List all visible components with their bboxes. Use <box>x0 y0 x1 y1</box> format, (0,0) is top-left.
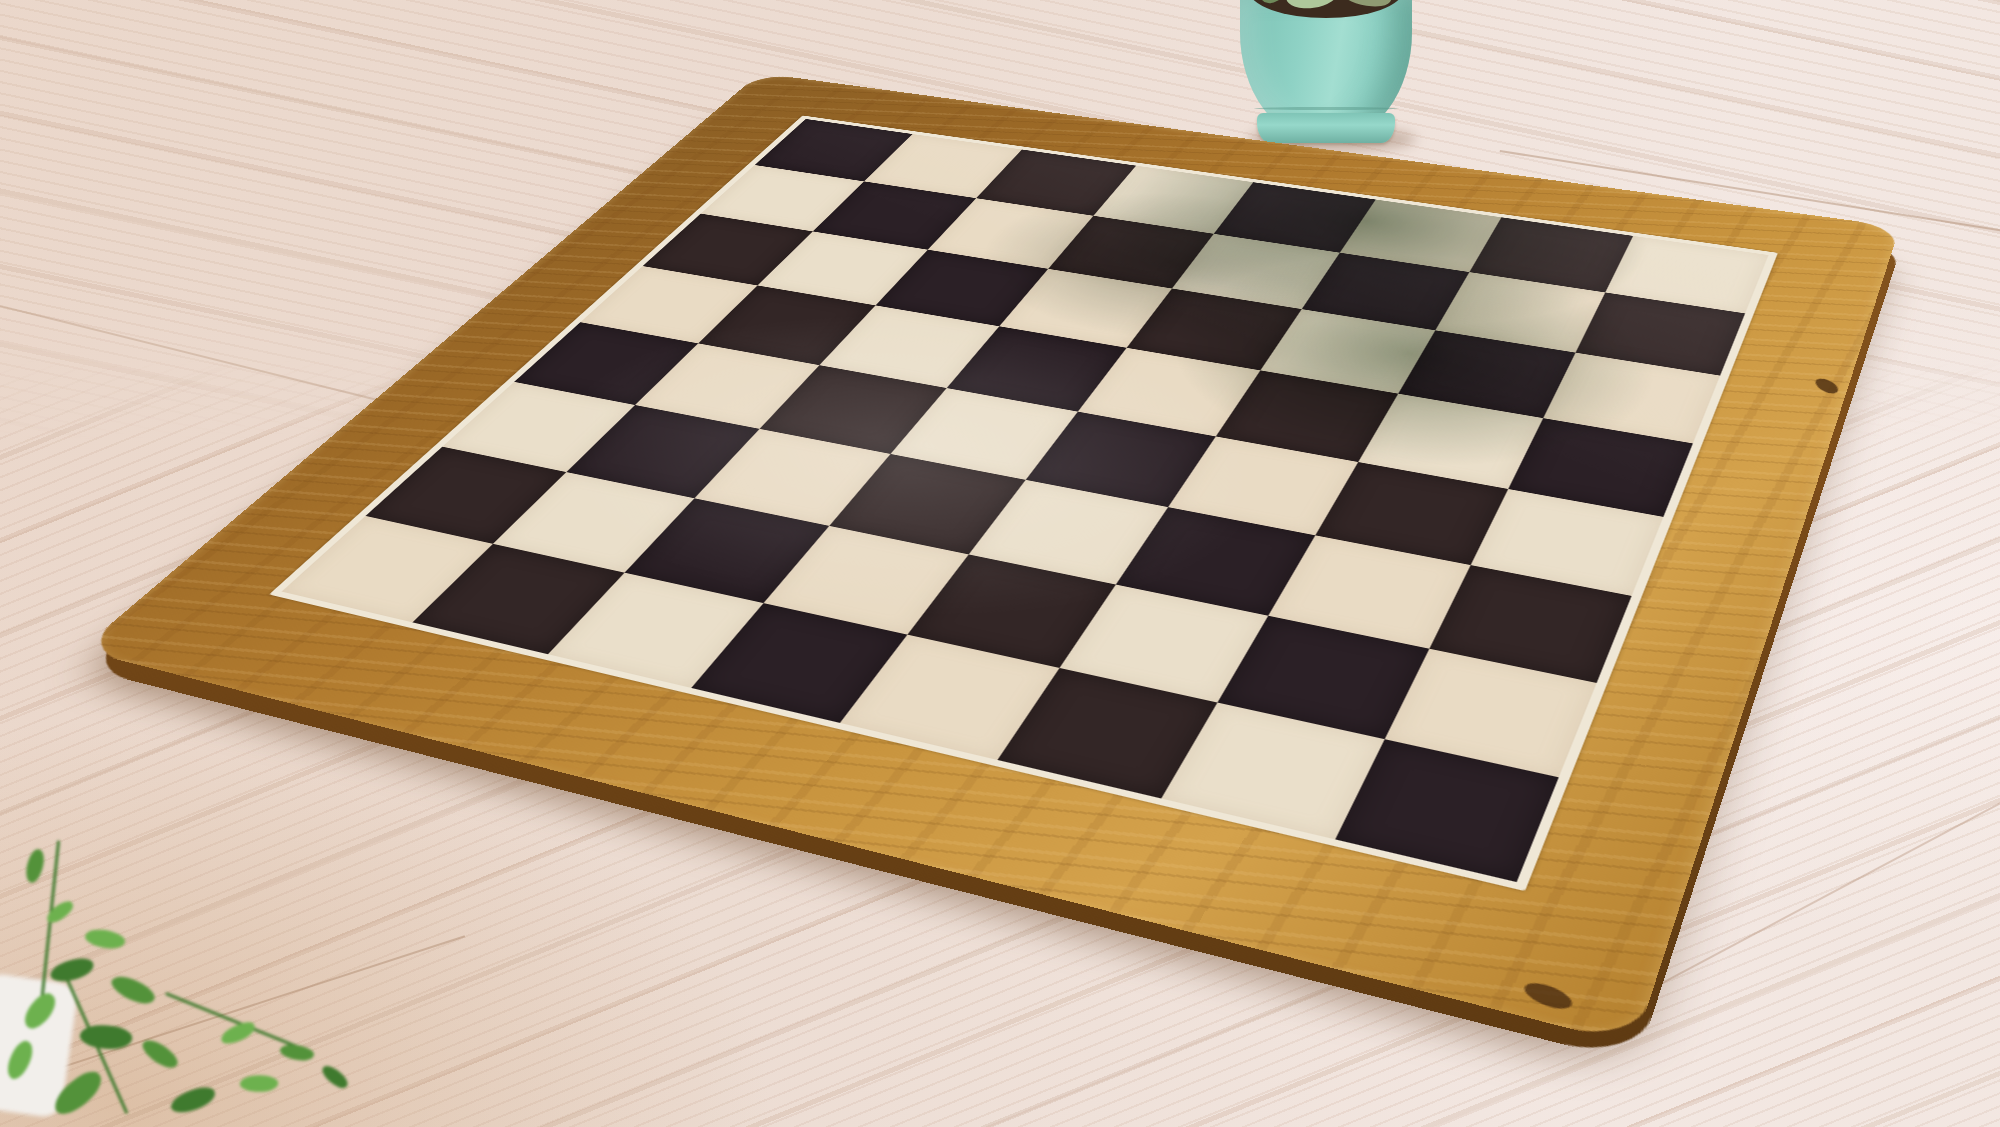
plant-leaf <box>22 847 49 884</box>
plant-pot <box>1240 0 1412 140</box>
plant-leaf <box>44 898 77 925</box>
plant-leaf <box>239 1073 278 1093</box>
plant-leaf <box>18 989 62 1033</box>
plant-leaf <box>49 956 96 983</box>
plant-leaf <box>218 1019 257 1046</box>
plant-leaf <box>83 925 126 953</box>
plant-leaf <box>279 1041 316 1064</box>
foreground-plant <box>0 810 390 1127</box>
plant-leaf <box>319 1061 350 1092</box>
plant-leaf <box>48 1066 109 1119</box>
plant-leaf <box>168 1084 218 1115</box>
plant-leaf <box>108 970 158 1010</box>
plant-leaf <box>139 1034 181 1074</box>
scene <box>0 0 2000 1127</box>
pot-crease-line <box>1254 107 1399 110</box>
plant-leaf <box>1 1038 38 1083</box>
pot-saucer <box>1257 113 1395 143</box>
